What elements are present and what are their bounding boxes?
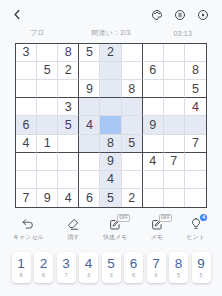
cell-r5c4[interactable]: 4 [79, 116, 100, 134]
cell-r4c1[interactable] [16, 98, 37, 116]
cell-r1c6[interactable] [122, 44, 143, 62]
cell-r2c5[interactable] [100, 62, 121, 80]
cell-r7c2[interactable] [37, 153, 58, 171]
numpad-remaining-count: 6 [42, 273, 45, 279]
undo-icon [21, 217, 35, 231]
cell-r5c5[interactable] [100, 116, 121, 134]
hint-label: ヒント [187, 233, 205, 242]
cell-r9c5[interactable]: 5 [100, 189, 121, 207]
numpad-button-8[interactable]: 85 [169, 252, 188, 283]
erase-button[interactable]: 消す [66, 217, 80, 242]
hint-count-badge: 4 [200, 214, 208, 222]
quick-memo-label: 快速メモ [103, 233, 127, 242]
memo-label: メモ [151, 233, 163, 242]
cell-r3c3[interactable] [58, 80, 79, 98]
numpad-button-4[interactable]: 43 [79, 252, 98, 283]
numpad-remaining-count: 3 [109, 273, 112, 279]
cell-r1c7[interactable] [143, 44, 164, 62]
cell-r2c2[interactable]: 5 [37, 62, 58, 80]
cell-r1c1[interactable]: 3 [16, 44, 37, 62]
cell-r7c5[interactable]: 9 [100, 153, 121, 171]
cell-r9c3[interactable]: 4 [58, 189, 79, 207]
cell-r5c9[interactable] [185, 116, 206, 134]
cell-r1c8[interactable] [164, 44, 185, 62]
quick-memo-off-badge: OFF [117, 214, 130, 222]
cell-r4c2[interactable] [37, 98, 58, 116]
palette-icon[interactable] [151, 9, 163, 21]
header-icons [151, 9, 209, 21]
cell-r7c1[interactable] [16, 153, 37, 171]
cell-r8c2[interactable] [37, 171, 58, 189]
header [0, 0, 222, 22]
cell-r5c7[interactable]: 9 [143, 116, 164, 134]
cell-r3c8[interactable] [164, 80, 185, 98]
cell-r7c6[interactable] [122, 153, 143, 171]
cell-r4c8[interactable] [164, 98, 185, 116]
cell-r5c3[interactable]: 5 [58, 116, 79, 134]
numpad-digit: 4 [85, 257, 93, 271]
chevron-left-icon [11, 8, 24, 21]
cell-r3c6[interactable]: 8 [122, 80, 143, 98]
cell-r6c1[interactable]: 4 [16, 135, 37, 153]
quick-memo-pencil-icon: OFF [108, 217, 122, 231]
numpad-remaining-count: 5 [177, 273, 180, 279]
pause-icon[interactable] [174, 9, 186, 21]
cell-r2c8[interactable] [164, 62, 185, 80]
numpad-digit: 5 [107, 257, 115, 271]
numpad-button-5[interactable]: 53 [102, 252, 121, 283]
numpad-button-6[interactable]: 66 [124, 252, 143, 283]
cell-r2c7[interactable]: 6 [143, 62, 164, 80]
numpad-button-9[interactable]: 95 [192, 252, 211, 283]
cell-r5c8[interactable] [164, 116, 185, 134]
back-button[interactable] [11, 8, 24, 21]
cell-r2c1[interactable] [16, 62, 37, 80]
numpad-digit: 3 [62, 257, 70, 271]
cell-r8c3[interactable] [58, 171, 79, 189]
cell-r7c7[interactable]: 4 [143, 153, 164, 171]
cell-r1c3[interactable]: 8 [58, 44, 79, 62]
numpad-remaining-count: 6 [154, 273, 157, 279]
cell-r7c9[interactable] [185, 153, 206, 171]
cell-r6c9[interactable]: 7 [185, 135, 206, 153]
cell-r8c4[interactable] [79, 171, 100, 189]
cell-r7c4[interactable] [79, 153, 100, 171]
numpad-digit: 8 [175, 257, 183, 271]
erase-label: 消す [67, 233, 79, 242]
cell-r4c4[interactable] [79, 98, 100, 116]
cell-r2c6[interactable] [122, 62, 143, 80]
undo-label: キャンセル [13, 233, 44, 242]
cell-r6c2[interactable]: 1 [37, 135, 58, 153]
cell-r8c1[interactable] [16, 171, 37, 189]
cell-r2c3[interactable]: 2 [58, 62, 79, 80]
numpad-button-3[interactable]: 37 [57, 252, 76, 283]
toolbar: キャンセル 消す OFF 快速メモ OFF メモ [0, 208, 222, 242]
cell-r9c6[interactable]: 2 [122, 189, 143, 207]
numpad-digit: 6 [130, 257, 138, 271]
numpad-remaining-count: 3 [87, 273, 90, 279]
cell-r6c6[interactable]: 5 [122, 135, 143, 153]
cell-r4c9[interactable]: 4 [185, 98, 206, 116]
eraser-icon [66, 217, 80, 231]
numpad-digit: 2 [40, 257, 48, 271]
cell-r8c7[interactable] [143, 171, 164, 189]
cell-r9c7[interactable] [143, 189, 164, 207]
numpad-remaining-count: 5 [199, 273, 202, 279]
cell-r5c1[interactable]: 6 [16, 116, 37, 134]
cell-r6c5[interactable]: 8 [100, 135, 121, 153]
cell-r7c3[interactable] [58, 153, 79, 171]
cell-r9c9[interactable] [185, 189, 206, 207]
cell-r1c5[interactable]: 2 [100, 44, 121, 62]
cell-r8c5[interactable]: 4 [100, 171, 121, 189]
cell-r9c2[interactable]: 9 [37, 189, 58, 207]
difficulty-label: プロ [30, 28, 45, 38]
cell-r1c4[interactable]: 5 [79, 44, 100, 62]
cell-r6c4[interactable] [79, 135, 100, 153]
undo-button[interactable]: キャンセル [13, 217, 44, 242]
memo-pencil-icon: OFF [150, 217, 164, 231]
numpad-button-7[interactable]: 76 [147, 252, 166, 283]
sudoku-board: 38525268985346549418579474794652 [15, 43, 207, 208]
cell-r3c4[interactable]: 9 [79, 80, 100, 98]
cell-r4c3[interactable]: 3 [58, 98, 79, 116]
cell-r6c7[interactable] [143, 135, 164, 153]
memo-off-badge: OFF [159, 214, 172, 222]
cell-r8c8[interactable] [164, 171, 185, 189]
numpad-digit: 9 [197, 257, 205, 271]
cell-r8c9[interactable] [185, 171, 206, 189]
numpad-remaining-count: 8 [19, 273, 22, 279]
cell-r4c7[interactable] [143, 98, 164, 116]
settings-icon[interactable] [197, 9, 209, 21]
cell-r8c6[interactable] [122, 171, 143, 189]
cell-r5c6[interactable] [122, 116, 143, 134]
cell-r2c4[interactable] [79, 62, 100, 80]
numpad-digit: 1 [17, 257, 25, 271]
cell-r3c7[interactable] [143, 80, 164, 98]
cell-r3c2[interactable] [37, 80, 58, 98]
quick-memo-button[interactable]: OFF 快速メモ [103, 217, 127, 242]
hint-bulb-icon: 4 [189, 217, 203, 231]
cell-r6c3[interactable] [58, 135, 79, 153]
numpad-remaining-count: 7 [64, 273, 67, 279]
numpad-button-2[interactable]: 26 [34, 252, 53, 283]
cell-r1c2[interactable] [37, 44, 58, 62]
cell-r7c8[interactable]: 7 [164, 153, 185, 171]
cell-r1c9[interactable] [185, 44, 206, 62]
cell-r9c4[interactable]: 6 [79, 189, 100, 207]
numpad-remaining-count: 6 [132, 273, 135, 279]
cell-r5c2[interactable] [37, 116, 58, 134]
numpad-button-1[interactable]: 18 [12, 252, 31, 283]
numpad-digit: 7 [152, 257, 160, 271]
timer: 03:13 [173, 30, 192, 37]
cell-r4c6[interactable] [122, 98, 143, 116]
cell-r3c9[interactable]: 5 [185, 80, 206, 98]
numpad: 182637435366768595 [0, 252, 222, 283]
memo-button[interactable]: OFF メモ [150, 217, 164, 242]
cell-r4c5[interactable] [100, 98, 121, 116]
cell-r3c5[interactable] [100, 80, 121, 98]
hint-button[interactable]: 4 ヒント [187, 217, 205, 242]
status-bar: プロ 間違い：2/3 03:13 [0, 22, 222, 38]
cell-r3c1[interactable] [16, 80, 37, 98]
cell-r2c9[interactable]: 8 [185, 62, 206, 80]
cell-r9c1[interactable]: 7 [16, 189, 37, 207]
cell-r6c8[interactable] [164, 135, 185, 153]
cell-r9c8[interactable] [164, 189, 185, 207]
